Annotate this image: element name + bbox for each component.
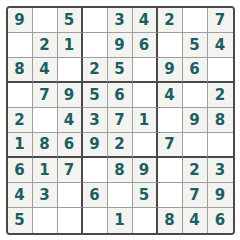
cell-r8c2[interactable]: 3 [33,183,58,208]
cell-r6c9[interactable] [208,133,233,158]
cell-r6c8[interactable] [183,133,208,158]
cell-r2c8[interactable]: 5 [183,33,208,58]
cell-r5c4[interactable]: 3 [83,108,108,133]
cell-r6c2[interactable]: 8 [33,133,58,158]
cell-r6c5[interactable]: 2 [108,133,133,158]
cell-r3c5[interactable]: 5 [108,58,133,83]
cell-r8c9[interactable]: 9 [208,183,233,208]
cell-r1c3[interactable]: 5 [58,8,83,33]
cell-r7c9[interactable]: 3 [208,158,233,183]
cell-r7c1[interactable]: 6 [8,158,33,183]
cell-r2c2[interactable]: 2 [33,33,58,58]
cell-r7c2[interactable]: 1 [33,158,58,183]
sudoku-board: 9534272196548425967956422437198186927617… [6,6,235,235]
cell-r7c4[interactable] [83,158,108,183]
cell-r2c5[interactable]: 9 [108,33,133,58]
cell-r3c2[interactable]: 4 [33,58,58,83]
cell-r9c5[interactable]: 1 [108,208,133,233]
cell-r1c1[interactable]: 9 [8,8,33,33]
cell-r7c6[interactable]: 9 [133,158,158,183]
cell-r9c8[interactable]: 4 [183,208,208,233]
cell-r7c8[interactable]: 2 [183,158,208,183]
cell-r3c4[interactable]: 2 [83,58,108,83]
cell-r8c6[interactable]: 5 [133,183,158,208]
cell-r3c9[interactable] [208,58,233,83]
cell-r7c7[interactable] [158,158,183,183]
cell-r9c2[interactable] [33,208,58,233]
cell-r8c4[interactable]: 6 [83,183,108,208]
cell-r2c7[interactable] [158,33,183,58]
cell-r4c7[interactable]: 4 [158,83,183,108]
cell-r6c4[interactable]: 9 [83,133,108,158]
cell-r4c8[interactable] [183,83,208,108]
cell-r2c1[interactable] [8,33,33,58]
cell-r2c9[interactable]: 4 [208,33,233,58]
cell-r1c4[interactable] [83,8,108,33]
cell-r1c2[interactable] [33,8,58,33]
cell-r4c4[interactable]: 5 [83,83,108,108]
cell-r3c3[interactable] [58,58,83,83]
cell-r6c3[interactable]: 6 [58,133,83,158]
sudoku-page: 9534272196548425967956422437198186927617… [0,0,240,240]
cell-r9c9[interactable]: 6 [208,208,233,233]
cell-r4c1[interactable] [8,83,33,108]
cell-r5c7[interactable] [158,108,183,133]
cell-r9c4[interactable] [83,208,108,233]
cell-r4c6[interactable] [133,83,158,108]
cell-r4c2[interactable]: 7 [33,83,58,108]
cell-r8c8[interactable]: 7 [183,183,208,208]
cell-r6c1[interactable]: 1 [8,133,33,158]
cell-r8c5[interactable] [108,183,133,208]
cell-r1c7[interactable]: 2 [158,8,183,33]
cell-r9c6[interactable] [133,208,158,233]
cell-r6c7[interactable]: 7 [158,133,183,158]
cell-r1c6[interactable]: 4 [133,8,158,33]
cell-r4c3[interactable]: 9 [58,83,83,108]
cell-r7c5[interactable]: 8 [108,158,133,183]
cell-r9c7[interactable]: 8 [158,208,183,233]
cell-r8c3[interactable] [58,183,83,208]
cell-r5c1[interactable]: 2 [8,108,33,133]
cell-r8c7[interactable] [158,183,183,208]
cell-r2c6[interactable]: 6 [133,33,158,58]
cell-r3c7[interactable]: 9 [158,58,183,83]
cell-r5c9[interactable]: 8 [208,108,233,133]
cell-r1c9[interactable]: 7 [208,8,233,33]
cell-r5c6[interactable]: 1 [133,108,158,133]
cell-r5c2[interactable] [33,108,58,133]
cell-r3c6[interactable] [133,58,158,83]
cell-r4c5[interactable]: 6 [108,83,133,108]
cell-r4c9[interactable]: 2 [208,83,233,108]
cell-r9c3[interactable] [58,208,83,233]
cell-r2c3[interactable]: 1 [58,33,83,58]
cell-r1c5[interactable]: 3 [108,8,133,33]
cell-r5c5[interactable]: 7 [108,108,133,133]
cell-r9c1[interactable]: 5 [8,208,33,233]
cell-r5c3[interactable]: 4 [58,108,83,133]
cell-r2c4[interactable] [83,33,108,58]
cell-r1c8[interactable] [183,8,208,33]
cell-r8c1[interactable]: 4 [8,183,33,208]
cell-r6c6[interactable] [133,133,158,158]
cell-r5c8[interactable]: 9 [183,108,208,133]
cell-r3c1[interactable]: 8 [8,58,33,83]
cell-r7c3[interactable]: 7 [58,158,83,183]
cell-r3c8[interactable]: 6 [183,58,208,83]
